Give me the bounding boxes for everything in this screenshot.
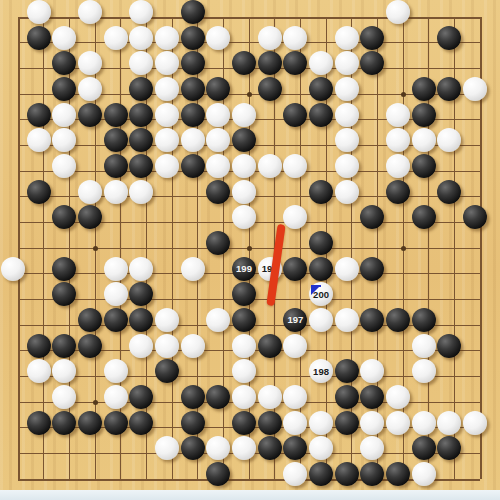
stone-white[interactable] <box>437 411 461 435</box>
stone-white[interactable] <box>412 359 436 383</box>
stone-white[interactable] <box>232 205 256 229</box>
stone-white[interactable] <box>104 359 128 383</box>
stone-black[interactable] <box>437 334 461 358</box>
stone-white[interactable] <box>309 436 333 460</box>
last-move-triangle-icon <box>311 285 321 295</box>
stone-white[interactable] <box>27 0 51 24</box>
stone-white[interactable] <box>232 385 256 409</box>
stone-white[interactable] <box>78 51 102 75</box>
stone-white[interactable] <box>412 411 436 435</box>
stone-white[interactable] <box>52 385 76 409</box>
stone-white[interactable] <box>52 103 76 127</box>
stone-white[interactable] <box>104 385 128 409</box>
stone-black[interactable] <box>386 180 410 204</box>
stone-white[interactable] <box>232 154 256 178</box>
stone-black[interactable] <box>335 359 359 383</box>
stone-white[interactable] <box>104 26 128 50</box>
stone-black[interactable] <box>386 462 410 486</box>
stone-black[interactable] <box>412 103 436 127</box>
stone-black[interactable] <box>78 334 102 358</box>
stone-white[interactable] <box>78 0 102 24</box>
stone-black[interactable] <box>129 103 153 127</box>
stone-white[interactable] <box>258 154 282 178</box>
stone-black[interactable] <box>181 26 205 50</box>
stone-black[interactable] <box>181 77 205 101</box>
stone-white[interactable] <box>52 154 76 178</box>
stone-white[interactable] <box>463 411 487 435</box>
stone-black[interactable] <box>129 282 153 306</box>
stone-black[interactable] <box>360 205 384 229</box>
stone-black[interactable] <box>309 180 333 204</box>
stone-white[interactable] <box>232 334 256 358</box>
stone-white[interactable] <box>206 436 230 460</box>
stone-white[interactable] <box>309 51 333 75</box>
stone-black[interactable] <box>129 77 153 101</box>
stone-black[interactable] <box>206 180 230 204</box>
stone-white[interactable] <box>129 51 153 75</box>
board-table-edge <box>0 490 500 500</box>
stone-black[interactable] <box>335 462 359 486</box>
stone-black[interactable] <box>360 385 384 409</box>
stone-white[interactable] <box>78 180 102 204</box>
stone-white[interactable] <box>155 51 179 75</box>
stone-black[interactable] <box>27 26 51 50</box>
stone-white[interactable] <box>129 257 153 281</box>
stone-white[interactable] <box>437 128 461 152</box>
stone-white[interactable] <box>283 462 307 486</box>
stone-white[interactable] <box>52 128 76 152</box>
stone-black[interactable] <box>258 51 282 75</box>
stone-white[interactable] <box>155 77 179 101</box>
stone-white[interactable] <box>283 205 307 229</box>
stone-white[interactable] <box>283 385 307 409</box>
stone-white[interactable] <box>283 411 307 435</box>
stone-white[interactable] <box>181 128 205 152</box>
stone-black[interactable] <box>52 205 76 229</box>
star-point <box>401 92 406 97</box>
stone-white[interactable] <box>412 334 436 358</box>
stone-black[interactable] <box>360 26 384 50</box>
stone-white[interactable] <box>104 257 128 281</box>
stone-black[interactable] <box>52 51 76 75</box>
grid-line-vertical <box>120 17 121 479</box>
stone-white[interactable] <box>129 180 153 204</box>
stone-black[interactable] <box>52 257 76 281</box>
stone-white[interactable] <box>283 334 307 358</box>
grid-line-vertical <box>300 17 301 479</box>
stone-black[interactable] <box>283 257 307 281</box>
star-point <box>93 246 98 251</box>
stone-black[interactable] <box>181 411 205 435</box>
stone-black[interactable] <box>232 51 256 75</box>
stone-black[interactable] <box>27 180 51 204</box>
stone-black[interactable] <box>206 231 230 255</box>
stone-black[interactable] <box>258 411 282 435</box>
go-board[interactable]: 199196200197198 <box>0 0 500 490</box>
stone-black[interactable] <box>181 51 205 75</box>
stone-black[interactable] <box>360 51 384 75</box>
stone-black[interactable]: 199 <box>232 257 256 281</box>
stone-black[interactable] <box>155 359 179 383</box>
stone-white[interactable] <box>283 26 307 50</box>
stone-black[interactable] <box>129 411 153 435</box>
stone-black[interactable] <box>232 411 256 435</box>
stone-white[interactable]: 198 <box>309 359 333 383</box>
stone-black[interactable] <box>27 103 51 127</box>
stone-black[interactable] <box>206 462 230 486</box>
stone-black[interactable] <box>52 411 76 435</box>
move-number-label: 198 <box>313 367 329 377</box>
stone-white[interactable] <box>232 103 256 127</box>
stone-black[interactable] <box>129 385 153 409</box>
stone-white[interactable] <box>155 334 179 358</box>
star-point <box>247 92 252 97</box>
stone-black[interactable] <box>463 205 487 229</box>
stone-white[interactable] <box>206 154 230 178</box>
stone-black[interactable] <box>78 308 102 332</box>
stone-white[interactable] <box>258 385 282 409</box>
grid-line-vertical <box>18 17 20 479</box>
stone-white[interactable] <box>129 0 153 24</box>
stone-black[interactable] <box>309 462 333 486</box>
stone-white[interactable] <box>104 282 128 306</box>
stone-white[interactable] <box>129 334 153 358</box>
grid-line-vertical <box>377 17 378 479</box>
stone-black[interactable] <box>309 77 333 101</box>
stone-white[interactable] <box>206 128 230 152</box>
stone-black[interactable] <box>181 385 205 409</box>
stone-black[interactable] <box>232 282 256 306</box>
stone-white[interactable] <box>52 359 76 383</box>
stone-white[interactable] <box>155 128 179 152</box>
stone-white[interactable] <box>386 128 410 152</box>
stone-black[interactable] <box>181 154 205 178</box>
stone-black[interactable] <box>129 308 153 332</box>
stone-white[interactable] <box>335 308 359 332</box>
stone-white[interactable] <box>335 77 359 101</box>
star-point <box>401 246 406 251</box>
stone-white[interactable] <box>181 257 205 281</box>
stone-white[interactable] <box>155 26 179 50</box>
stone-white[interactable] <box>129 26 153 50</box>
stone-black[interactable] <box>52 282 76 306</box>
stone-white[interactable] <box>27 359 51 383</box>
stone-white[interactable] <box>335 51 359 75</box>
stone-white[interactable] <box>155 154 179 178</box>
stone-black[interactable] <box>309 103 333 127</box>
stone-white[interactable] <box>258 26 282 50</box>
stone-black[interactable] <box>412 308 436 332</box>
star-point <box>93 400 98 405</box>
stone-black[interactable] <box>386 308 410 332</box>
stone-white[interactable] <box>52 26 76 50</box>
stone-black[interactable] <box>78 205 102 229</box>
stone-black[interactable] <box>412 77 436 101</box>
stone-white[interactable] <box>463 77 487 101</box>
stone-black[interactable] <box>360 308 384 332</box>
stone-white[interactable] <box>335 257 359 281</box>
stone-white[interactable] <box>155 103 179 127</box>
stone-black[interactable] <box>309 231 333 255</box>
stone-white[interactable] <box>386 103 410 127</box>
stone-white[interactable] <box>335 128 359 152</box>
stone-white[interactable] <box>335 180 359 204</box>
stone-white[interactable] <box>155 436 179 460</box>
stone-white[interactable] <box>206 103 230 127</box>
stone-white[interactable] <box>360 359 384 383</box>
stone-black[interactable] <box>258 436 282 460</box>
grid-line-horizontal <box>18 479 480 481</box>
stone-black[interactable] <box>437 436 461 460</box>
stone-black[interactable] <box>437 77 461 101</box>
stone-white[interactable] <box>27 128 51 152</box>
stone-white[interactable] <box>360 436 384 460</box>
stone-black[interactable] <box>412 154 436 178</box>
stone-white[interactable] <box>104 180 128 204</box>
stone-white[interactable] <box>1 257 25 281</box>
stone-black[interactable] <box>52 77 76 101</box>
stone-white[interactable] <box>232 180 256 204</box>
stone-white[interactable] <box>283 154 307 178</box>
grid-line-vertical <box>43 17 44 479</box>
stone-black[interactable] <box>335 411 359 435</box>
stone-black[interactable] <box>104 411 128 435</box>
stone-white[interactable] <box>412 462 436 486</box>
move-number-label: 197 <box>287 315 303 325</box>
stone-white[interactable] <box>309 308 333 332</box>
stone-black[interactable] <box>309 257 333 281</box>
stone-black[interactable] <box>104 154 128 178</box>
stone-black[interactable] <box>129 154 153 178</box>
stone-black[interactable] <box>412 436 436 460</box>
stone-black[interactable] <box>181 436 205 460</box>
stone-black[interactable] <box>232 308 256 332</box>
stone-white[interactable] <box>309 411 333 435</box>
stone-black[interactable] <box>283 51 307 75</box>
stone-black[interactable] <box>412 205 436 229</box>
stone-white[interactable] <box>181 334 205 358</box>
stone-white[interactable] <box>232 359 256 383</box>
stone-black[interactable] <box>360 257 384 281</box>
stone-black[interactable] <box>232 128 256 152</box>
stone-black[interactable] <box>206 385 230 409</box>
stone-black[interactable] <box>27 411 51 435</box>
stone-white[interactable] <box>206 308 230 332</box>
stone-white[interactable] <box>335 154 359 178</box>
stone-black[interactable] <box>360 462 384 486</box>
stone-black[interactable] <box>129 128 153 152</box>
stone-white[interactable] <box>386 154 410 178</box>
stone-white[interactable] <box>335 103 359 127</box>
stone-black[interactable] <box>206 77 230 101</box>
stone-black[interactable] <box>104 103 128 127</box>
stone-white[interactable] <box>335 26 359 50</box>
stone-black[interactable] <box>104 308 128 332</box>
stone-white[interactable] <box>412 128 436 152</box>
stone-black[interactable] <box>104 128 128 152</box>
stone-white[interactable] <box>155 308 179 332</box>
stone-black[interactable] <box>437 180 461 204</box>
stone-black[interactable] <box>437 26 461 50</box>
stone-black[interactable] <box>181 0 205 24</box>
stone-white[interactable] <box>386 385 410 409</box>
stone-white[interactable] <box>386 411 410 435</box>
stone-white[interactable] <box>386 0 410 24</box>
star-point <box>247 246 252 251</box>
stone-black[interactable] <box>78 411 102 435</box>
stone-black[interactable] <box>258 77 282 101</box>
stone-black[interactable] <box>78 103 102 127</box>
stone-black[interactable] <box>283 436 307 460</box>
stone-white[interactable] <box>206 26 230 50</box>
stone-white[interactable] <box>78 77 102 101</box>
stone-white[interactable] <box>232 436 256 460</box>
stone-black[interactable] <box>52 334 76 358</box>
stone-black[interactable] <box>335 385 359 409</box>
stone-black[interactable] <box>181 103 205 127</box>
stone-black[interactable]: 197 <box>283 308 307 332</box>
stone-black[interactable] <box>283 103 307 127</box>
stone-black[interactable] <box>27 334 51 358</box>
move-number-label: 199 <box>236 264 252 274</box>
stone-black[interactable] <box>258 334 282 358</box>
stone-white[interactable] <box>360 411 384 435</box>
